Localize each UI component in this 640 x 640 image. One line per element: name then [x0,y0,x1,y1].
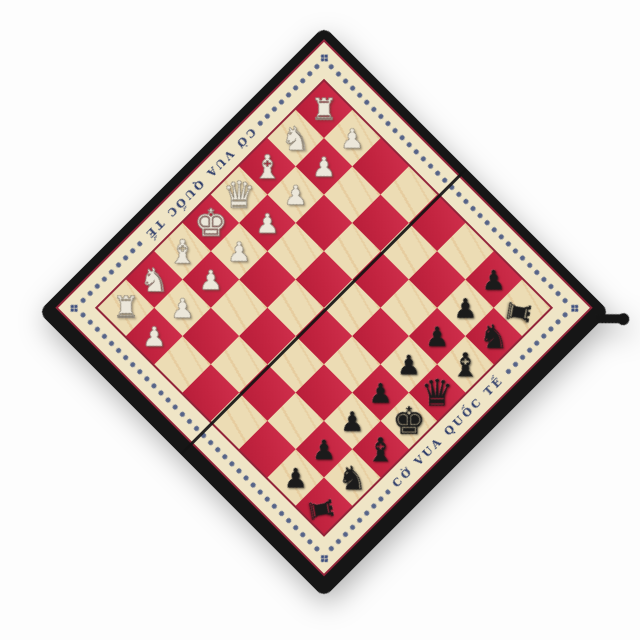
border-corner-ornament-icon: ❖ [313,547,336,570]
border-corner-ornament-icon: ❖ [563,296,586,319]
board-latch [595,314,623,323]
square-h1: ♜ [98,279,155,336]
white-rook: ♜ [106,288,146,328]
square-h7: ♟ [267,449,324,506]
black-pawn: ♟ [276,457,316,497]
border-corner-ornament-icon: ❖ [313,46,336,69]
product-photo: ❖ ❖ ❖ ❖ CỜ VUA QUỐC TẾ CỜ VUA QUỐC TẾ ♜♞… [0,0,640,640]
border-corner-ornament-icon: ❖ [62,296,85,319]
board-frame: ❖ ❖ ❖ ❖ CỜ VUA QUỐC TẾ CỜ VUA QUỐC TẾ ♜♞… [38,26,609,597]
